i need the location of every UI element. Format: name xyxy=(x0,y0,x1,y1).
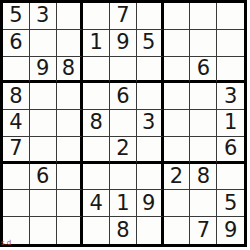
cell-r1c7[interactable] xyxy=(164,3,191,30)
cell-r2c6[interactable]: 5 xyxy=(137,30,164,57)
cell-r3c7[interactable] xyxy=(164,57,191,84)
cell-r9c5[interactable]: 8 xyxy=(110,217,137,244)
cell-r8c5[interactable]: 1 xyxy=(110,190,137,217)
sudoku-board: 537619598686348317266284195879 xyxy=(0,0,247,247)
cell-r4c9[interactable]: 3 xyxy=(217,83,244,110)
cell-r5c8[interactable] xyxy=(190,110,217,137)
cell-r4c7[interactable] xyxy=(164,83,191,110)
cell-r8c7[interactable] xyxy=(164,190,191,217)
cell-r9c4[interactable] xyxy=(83,217,110,244)
cell-r3c8[interactable]: 6 xyxy=(190,57,217,84)
cell-r5c2[interactable] xyxy=(30,110,57,137)
cell-r2c7[interactable] xyxy=(164,30,191,57)
cell-r7c6[interactable] xyxy=(137,164,164,191)
cell-r5c7[interactable] xyxy=(164,110,191,137)
cell-r2c2[interactable] xyxy=(30,30,57,57)
cell-r1c6[interactable] xyxy=(137,3,164,30)
cell-r7c8[interactable]: 8 xyxy=(190,164,217,191)
cell-r6c2[interactable] xyxy=(30,137,57,164)
cell-r2c1[interactable]: 6 xyxy=(3,30,30,57)
cell-r1c9[interactable] xyxy=(217,3,244,30)
cell-r9c1[interactable] xyxy=(3,217,30,244)
cell-r6c9[interactable]: 6 xyxy=(217,137,244,164)
cell-r7c5[interactable] xyxy=(110,164,137,191)
cell-r8c2[interactable] xyxy=(30,190,57,217)
cell-r3c3[interactable]: 8 xyxy=(57,57,84,84)
cell-r8c9[interactable]: 5 xyxy=(217,190,244,217)
cell-r4c6[interactable] xyxy=(137,83,164,110)
cell-r8c6[interactable]: 9 xyxy=(137,190,164,217)
cell-r5c6[interactable]: 3 xyxy=(137,110,164,137)
cell-r2c3[interactable] xyxy=(57,30,84,57)
cell-r4c4[interactable] xyxy=(83,83,110,110)
cell-r2c8[interactable] xyxy=(190,30,217,57)
cell-r8c1[interactable] xyxy=(3,190,30,217)
cell-r6c1[interactable]: 7 xyxy=(3,137,30,164)
cell-r7c4[interactable] xyxy=(83,164,110,191)
cell-r3c6[interactable] xyxy=(137,57,164,84)
cell-r1c2[interactable]: 3 xyxy=(30,3,57,30)
cell-r1c1[interactable]: 5 xyxy=(3,3,30,30)
sudoku-page: 537619598686348317266284195879 s.d xyxy=(0,0,250,250)
cell-r7c1[interactable] xyxy=(3,164,30,191)
cell-r5c3[interactable] xyxy=(57,110,84,137)
cell-r3c5[interactable] xyxy=(110,57,137,84)
cell-r1c3[interactable] xyxy=(57,3,84,30)
cell-r3c2[interactable]: 9 xyxy=(30,57,57,84)
cell-r4c2[interactable] xyxy=(30,83,57,110)
cell-r7c2[interactable]: 6 xyxy=(30,164,57,191)
cell-r6c8[interactable] xyxy=(190,137,217,164)
cell-r2c5[interactable]: 9 xyxy=(110,30,137,57)
cell-r4c8[interactable] xyxy=(190,83,217,110)
cell-r7c9[interactable] xyxy=(217,164,244,191)
cell-r9c2[interactable] xyxy=(30,217,57,244)
cell-r7c3[interactable] xyxy=(57,164,84,191)
cell-r3c1[interactable] xyxy=(3,57,30,84)
cell-r3c9[interactable] xyxy=(217,57,244,84)
cell-r8c3[interactable] xyxy=(57,190,84,217)
cell-r9c6[interactable] xyxy=(137,217,164,244)
cell-r6c5[interactable]: 2 xyxy=(110,137,137,164)
cell-r9c7[interactable] xyxy=(164,217,191,244)
cell-r8c4[interactable]: 4 xyxy=(83,190,110,217)
cell-r1c5[interactable]: 7 xyxy=(110,3,137,30)
cell-r5c4[interactable]: 8 xyxy=(83,110,110,137)
cell-r6c4[interactable] xyxy=(83,137,110,164)
cell-r5c5[interactable] xyxy=(110,110,137,137)
cell-r1c4[interactable] xyxy=(83,3,110,30)
cell-r6c3[interactable] xyxy=(57,137,84,164)
cell-r9c9[interactable]: 9 xyxy=(217,217,244,244)
cell-r6c6[interactable] xyxy=(137,137,164,164)
cell-r7c7[interactable]: 2 xyxy=(164,164,191,191)
cell-r2c9[interactable] xyxy=(217,30,244,57)
cell-r6c7[interactable] xyxy=(164,137,191,164)
cell-r3c4[interactable] xyxy=(83,57,110,84)
cell-r9c8[interactable]: 7 xyxy=(190,217,217,244)
cell-r1c8[interactable] xyxy=(190,3,217,30)
cell-r5c9[interactable]: 1 xyxy=(217,110,244,137)
cell-r4c5[interactable]: 6 xyxy=(110,83,137,110)
cell-r4c1[interactable]: 8 xyxy=(3,83,30,110)
cell-r4c3[interactable] xyxy=(57,83,84,110)
cell-r2c4[interactable]: 1 xyxy=(83,30,110,57)
cell-r9c3[interactable] xyxy=(57,217,84,244)
cell-r8c8[interactable] xyxy=(190,190,217,217)
cell-r5c1[interactable]: 4 xyxy=(3,110,30,137)
